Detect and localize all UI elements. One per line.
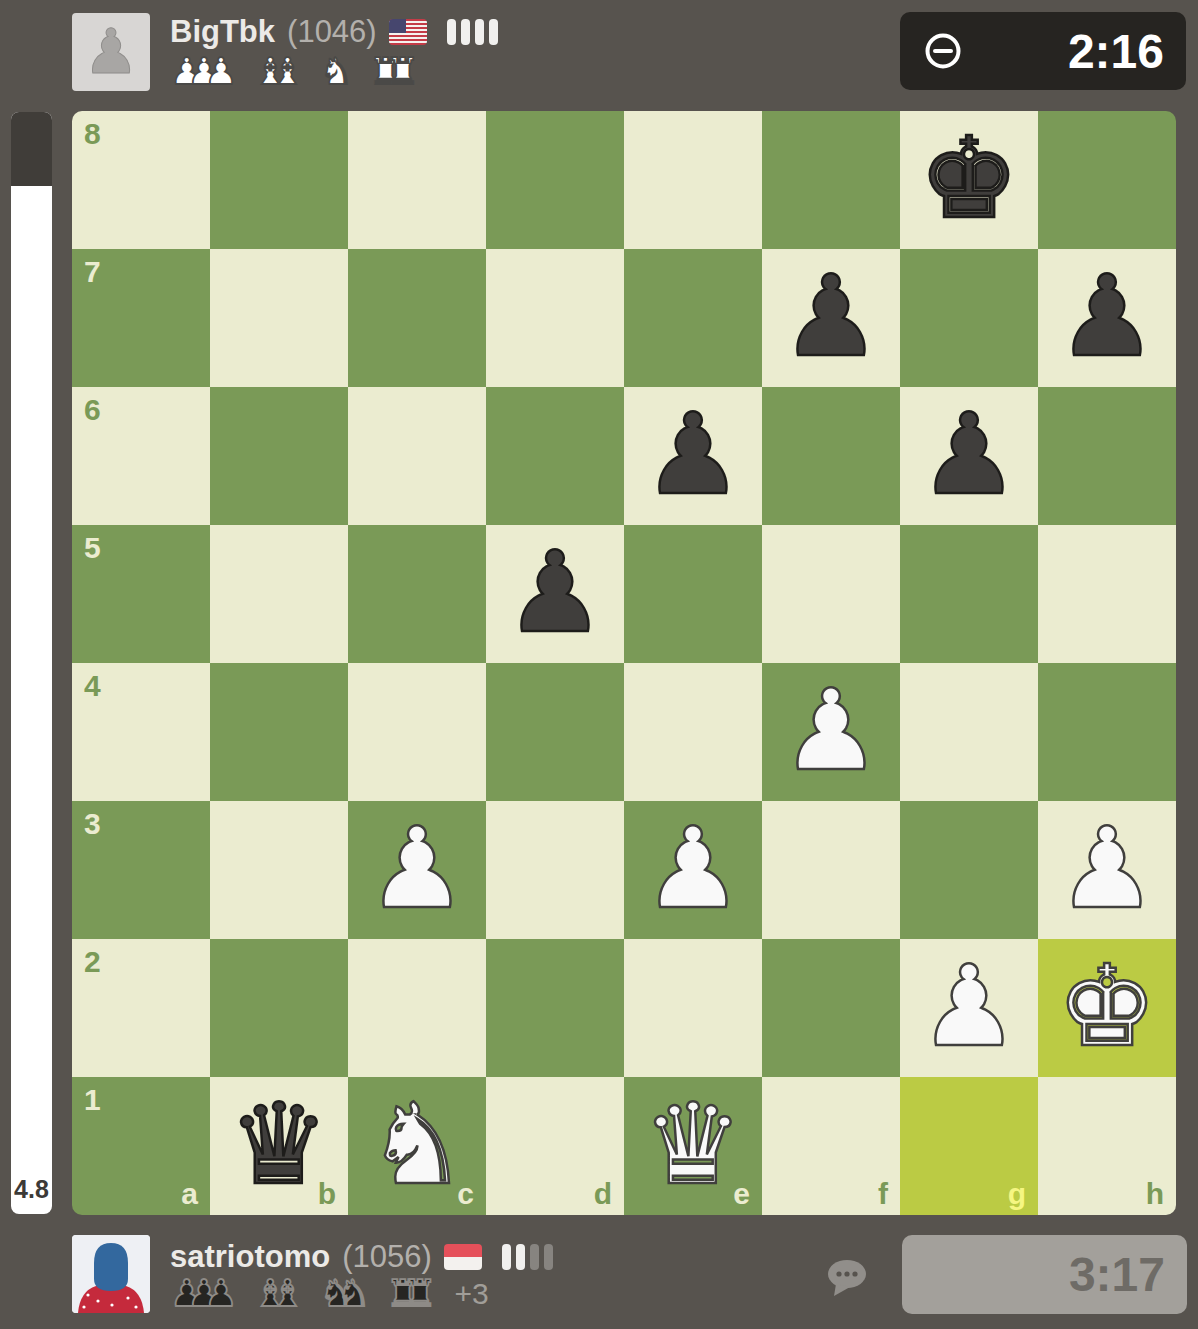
square-c1[interactable]: c♞ — [348, 1077, 486, 1215]
square-f3[interactable] — [762, 801, 900, 939]
top-player-captured-pieces: ♟♟♟♝♝♞♜♜ — [170, 52, 419, 92]
signal-bar — [516, 1244, 525, 1270]
square-c2[interactable] — [348, 939, 486, 1077]
signal-bar — [502, 1244, 511, 1270]
white-pawn-g2[interactable]: ♟ — [900, 939, 1038, 1077]
white-pawn-c3[interactable]: ♟ — [348, 801, 486, 939]
captured-bishop-icon: ♝ — [271, 1274, 304, 1314]
square-e7[interactable] — [624, 249, 762, 387]
top-player-clock: 2:16 — [900, 12, 1186, 90]
black-pawn-f7[interactable]: ♟ — [762, 249, 900, 387]
square-d5[interactable]: ♟ — [486, 525, 624, 663]
captured-knight-group: ♞♞ — [320, 1274, 370, 1314]
square-c4[interactable] — [348, 663, 486, 801]
evaluation-value: 4.8 — [11, 1175, 52, 1204]
square-a8[interactable]: 8 — [72, 111, 210, 249]
square-c8[interactable] — [348, 111, 486, 249]
top-player-name[interactable]: BigTbk — [170, 14, 275, 50]
square-e8[interactable] — [624, 111, 762, 249]
top-player-time: 2:16 — [964, 24, 1186, 79]
square-g3[interactable] — [900, 801, 1038, 939]
rank-label-3: 3 — [84, 807, 101, 841]
square-b4[interactable] — [210, 663, 348, 801]
captured-pawn-icon: ♟ — [204, 52, 237, 92]
square-a5[interactable]: 5 — [72, 525, 210, 663]
square-c3[interactable]: ♟ — [348, 801, 486, 939]
square-h4[interactable] — [1038, 663, 1176, 801]
square-g6[interactable]: ♟ — [900, 387, 1038, 525]
captured-rook-icon: ♜ — [403, 1274, 436, 1314]
indonesia-flag-icon — [444, 1244, 482, 1270]
captured-knight-group: ♞ — [320, 52, 353, 92]
default-pawn-avatar-icon: ♟ — [83, 13, 139, 91]
square-a1[interactable]: 1a — [72, 1077, 210, 1215]
captured-bishop-icon: ♝ — [271, 52, 304, 92]
bottom-player-captured-pieces: ♟♟♟♝♝♞♞♜♜+3 — [170, 1274, 489, 1314]
bottom-player-name[interactable]: satriotomo — [170, 1239, 330, 1275]
square-d3[interactable] — [486, 801, 624, 939]
top-player-connection-icon — [447, 19, 498, 45]
square-h7[interactable]: ♟ — [1038, 249, 1176, 387]
square-c5[interactable] — [348, 525, 486, 663]
captured-bishop-group: ♝♝ — [254, 1274, 304, 1314]
bottom-player-name-row: satriotomo (1056) — [170, 1239, 553, 1275]
game-screen: 4.8 ♟ BigTbk (1046) ♟♟♟♝♝♞♜♜ 2:16 8♚7♟♟6… — [0, 0, 1198, 1329]
black-pawn-e6[interactable]: ♟ — [624, 387, 762, 525]
us-flag-icon — [389, 19, 427, 45]
signal-bar — [447, 19, 456, 45]
evaluation-bar: 4.8 — [11, 112, 52, 1214]
white-pawn-e3[interactable]: ♟ — [624, 801, 762, 939]
square-a4[interactable]: 4 — [72, 663, 210, 801]
captured-pawn-icon: ♟ — [204, 1274, 237, 1314]
black-pawn-d5[interactable]: ♟ — [486, 525, 624, 663]
captured-pawn-group: ♟♟♟ — [170, 1274, 238, 1314]
square-g8[interactable]: ♚ — [900, 111, 1038, 249]
square-g5[interactable] — [900, 525, 1038, 663]
signal-bar — [461, 19, 470, 45]
square-e4[interactable] — [624, 663, 762, 801]
square-b3[interactable] — [210, 801, 348, 939]
square-g1[interactable]: g — [900, 1077, 1038, 1215]
square-h8[interactable] — [1038, 111, 1176, 249]
captured-rook-group: ♜♜ — [386, 1274, 436, 1314]
white-pawn-h3[interactable]: ♟ — [1038, 801, 1176, 939]
square-f6[interactable] — [762, 387, 900, 525]
square-d6[interactable] — [486, 387, 624, 525]
rank-label-6: 6 — [84, 393, 101, 427]
square-b7[interactable] — [210, 249, 348, 387]
square-e3[interactable]: ♟ — [624, 801, 762, 939]
captured-knight-icon: ♞ — [320, 52, 353, 92]
chat-button[interactable] — [824, 1256, 872, 1300]
rank-label-5: 5 — [84, 531, 101, 565]
square-f4[interactable]: ♟ — [762, 663, 900, 801]
square-a3[interactable]: 3 — [72, 801, 210, 939]
top-player-rating: (1046) — [287, 14, 377, 50]
file-label-g: g — [1008, 1177, 1026, 1211]
signal-bar — [475, 19, 484, 45]
square-h2[interactable]: ♚ — [1038, 939, 1176, 1077]
square-e5[interactable] — [624, 525, 762, 663]
black-pawn-h7[interactable]: ♟ — [1038, 249, 1176, 387]
square-b6[interactable] — [210, 387, 348, 525]
bottom-player-rating: (1056) — [342, 1239, 432, 1275]
square-b5[interactable] — [210, 525, 348, 663]
black-king-g8[interactable]: ♚ — [900, 111, 1038, 249]
evaluation-bar-black-portion — [11, 112, 52, 186]
square-b8[interactable] — [210, 111, 348, 249]
square-f5[interactable] — [762, 525, 900, 663]
signal-bar — [530, 1244, 539, 1270]
square-d2[interactable] — [486, 939, 624, 1077]
square-d4[interactable] — [486, 663, 624, 801]
square-f2[interactable] — [762, 939, 900, 1077]
square-g2[interactable]: ♟ — [900, 939, 1038, 1077]
captured-bishop-group: ♝♝ — [254, 52, 304, 92]
square-h3[interactable]: ♟ — [1038, 801, 1176, 939]
square-h6[interactable] — [1038, 387, 1176, 525]
circle-minus-icon — [922, 30, 964, 72]
file-label-h: h — [1146, 1177, 1164, 1211]
square-d8[interactable] — [486, 111, 624, 249]
material-advantage: +3 — [455, 1274, 489, 1314]
black-pawn-g6[interactable]: ♟ — [900, 387, 1038, 525]
square-a6[interactable]: 6 — [72, 387, 210, 525]
signal-bar — [489, 19, 498, 45]
captured-pawn-group: ♟♟♟ — [170, 52, 238, 92]
captured-knight-icon: ♞ — [337, 1274, 370, 1314]
square-e6[interactable]: ♟ — [624, 387, 762, 525]
square-f8[interactable] — [762, 111, 900, 249]
file-label-f: f — [878, 1177, 888, 1211]
rank-label-1: 1 — [84, 1083, 101, 1117]
square-d7[interactable] — [486, 249, 624, 387]
square-d1[interactable]: d — [486, 1077, 624, 1215]
square-f7[interactable]: ♟ — [762, 249, 900, 387]
square-h5[interactable] — [1038, 525, 1176, 663]
square-a7[interactable]: 7 — [72, 249, 210, 387]
file-label-a: a — [181, 1177, 198, 1211]
square-e1[interactable]: e♛ — [624, 1077, 762, 1215]
chess-board[interactable]: 8♚7♟♟6♟♟5♟4♟3♟♟♟2♟♚1ab♛c♞de♛fgh — [72, 111, 1176, 1215]
square-c6[interactable] — [348, 387, 486, 525]
top-player-name-row: BigTbk (1046) — [170, 14, 498, 50]
rank-label-2: 2 — [84, 945, 101, 979]
bottom-player-clock: 3:17 — [902, 1235, 1187, 1314]
signal-bar — [544, 1244, 553, 1270]
chat-bubble-icon — [824, 1256, 872, 1300]
bottom-player-avatar[interactable] — [72, 1235, 150, 1313]
square-f1[interactable]: f — [762, 1077, 900, 1215]
rank-label-4: 4 — [84, 669, 101, 703]
rank-label-8: 8 — [84, 117, 101, 151]
square-h1[interactable]: h — [1038, 1077, 1176, 1215]
top-player-avatar[interactable]: ♟ — [72, 13, 150, 91]
square-c7[interactable] — [348, 249, 486, 387]
rank-label-7: 7 — [84, 255, 101, 289]
square-b2[interactable] — [210, 939, 348, 1077]
square-e2[interactable] — [624, 939, 762, 1077]
white-knight-c1[interactable]: ♞ — [348, 1077, 486, 1215]
file-label-d: d — [594, 1177, 612, 1211]
white-pawn-f4[interactable]: ♟ — [762, 663, 900, 801]
person-avatar-image — [72, 1235, 150, 1313]
square-b1[interactable]: b♛ — [210, 1077, 348, 1215]
square-g7[interactable] — [900, 249, 1038, 387]
white-king-h2[interactable]: ♚ — [1038, 939, 1176, 1077]
black-queen-b1[interactable]: ♛ — [210, 1077, 348, 1215]
bottom-player-time: 3:17 — [902, 1247, 1187, 1302]
bottom-player-connection-icon — [502, 1244, 553, 1270]
square-g4[interactable] — [900, 663, 1038, 801]
captured-rook-group: ♜♜ — [369, 52, 419, 92]
square-a2[interactable]: 2 — [72, 939, 210, 1077]
captured-rook-icon: ♜ — [386, 52, 419, 92]
white-queen-e1[interactable]: ♛ — [624, 1077, 762, 1215]
